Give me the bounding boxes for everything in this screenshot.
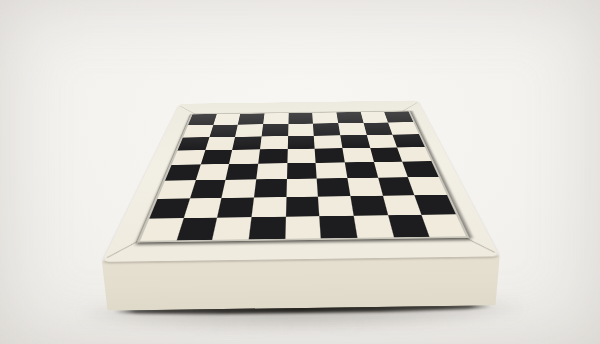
board-cell-dark [226,164,258,180]
board-cell-dark [415,195,456,215]
board-cell-light [229,149,260,164]
board-cell-dark [217,197,254,217]
board-cell-dark [403,161,439,177]
board-cell-light [222,180,256,198]
board-cell-dark [176,217,217,240]
board-cell-dark [287,136,314,149]
board-cell-light [252,197,287,217]
board-cell-dark [233,136,262,149]
board-cell-light [183,198,221,218]
product-photo-background [0,0,600,344]
board-cell-dark [238,113,264,124]
board-cell-light [195,164,229,180]
box-lid-top-face [102,100,499,261]
board-cell-dark [209,125,238,137]
board-cell-dark [384,111,413,122]
board-cell-dark [258,149,287,164]
board-cell-light [263,113,288,124]
board-cell-light [314,135,342,148]
board-cell-dark [249,217,286,240]
board-cell-light [316,162,347,178]
board-cell-light [388,122,418,134]
board-cell-light [288,124,314,136]
board-cell-dark [340,135,370,148]
board-cell-light [205,137,235,150]
board-cell-dark [286,196,320,216]
checkerboard [137,111,469,243]
board-cell-light [342,148,373,163]
board-cell-light [422,214,466,237]
board-cell-light [235,124,263,136]
board-cell-light [286,179,318,197]
board-cell-dark [262,124,289,136]
board-cell-dark [345,162,378,178]
board-cell-dark [254,179,287,197]
board-cell-light [213,217,252,240]
board-cell-light [318,196,353,216]
board-cell-dark [350,195,387,215]
games-box [0,0,600,344]
board-cell-dark [287,163,317,179]
board-cell-light [354,215,394,238]
board-cell-dark [393,134,425,147]
board-cell-light [338,123,366,135]
board-cell-light [256,163,287,179]
board-cell-light [260,136,288,149]
board-cell-dark [336,112,363,123]
board-cell-light [408,177,446,195]
board-cell-dark [190,180,226,198]
board-cell-dark [313,123,340,135]
board-cell-dark [315,148,345,163]
board-cell-light [347,178,382,196]
board-cell-light [312,112,338,123]
board-cell-light [287,149,316,164]
board-cell-dark [288,113,313,124]
board-cell-light [285,216,321,239]
board-cell-light [213,114,240,125]
board-cell-dark [200,150,232,165]
board-cell-dark [320,216,358,239]
board-cell-light [397,147,431,162]
board-cell-dark [317,178,350,196]
